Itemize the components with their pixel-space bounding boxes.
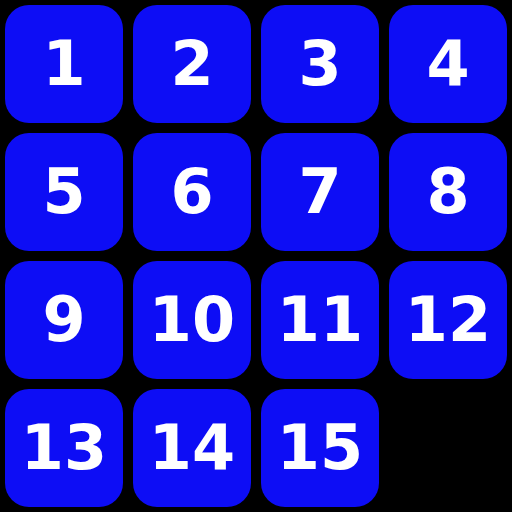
cell-r2c4: 8 <box>384 128 512 256</box>
tile-12[interactable]: 12 <box>389 261 507 379</box>
cell-r1c1: 1 <box>0 0 128 128</box>
cell-r1c4: 4 <box>384 0 512 128</box>
tile-6[interactable]: 6 <box>133 133 251 251</box>
cell-r2c3: 7 <box>256 128 384 256</box>
tile-2[interactable]: 2 <box>133 5 251 123</box>
tile-11[interactable]: 11 <box>261 261 379 379</box>
tile-8[interactable]: 8 <box>389 133 507 251</box>
puzzle-board: 123456789101112131415 <box>0 0 512 512</box>
empty-cell <box>384 384 512 512</box>
tile-14[interactable]: 14 <box>133 389 251 507</box>
tile-3[interactable]: 3 <box>261 5 379 123</box>
cell-r2c2: 6 <box>128 128 256 256</box>
tile-15[interactable]: 15 <box>261 389 379 507</box>
cell-r3c3: 11 <box>256 256 384 384</box>
cell-r4c2: 14 <box>128 384 256 512</box>
cell-r1c3: 3 <box>256 0 384 128</box>
cell-r4c3: 15 <box>256 384 384 512</box>
tile-5[interactable]: 5 <box>5 133 123 251</box>
tile-9[interactable]: 9 <box>5 261 123 379</box>
tile-13[interactable]: 13 <box>5 389 123 507</box>
tile-1[interactable]: 1 <box>5 5 123 123</box>
cell-r1c2: 2 <box>128 0 256 128</box>
cell-r4c1: 13 <box>0 384 128 512</box>
cell-r3c1: 9 <box>0 256 128 384</box>
cell-r2c1: 5 <box>0 128 128 256</box>
tile-4[interactable]: 4 <box>389 5 507 123</box>
cell-r3c4: 12 <box>384 256 512 384</box>
cell-r3c2: 10 <box>128 256 256 384</box>
tile-10[interactable]: 10 <box>133 261 251 379</box>
tile-7[interactable]: 7 <box>261 133 379 251</box>
